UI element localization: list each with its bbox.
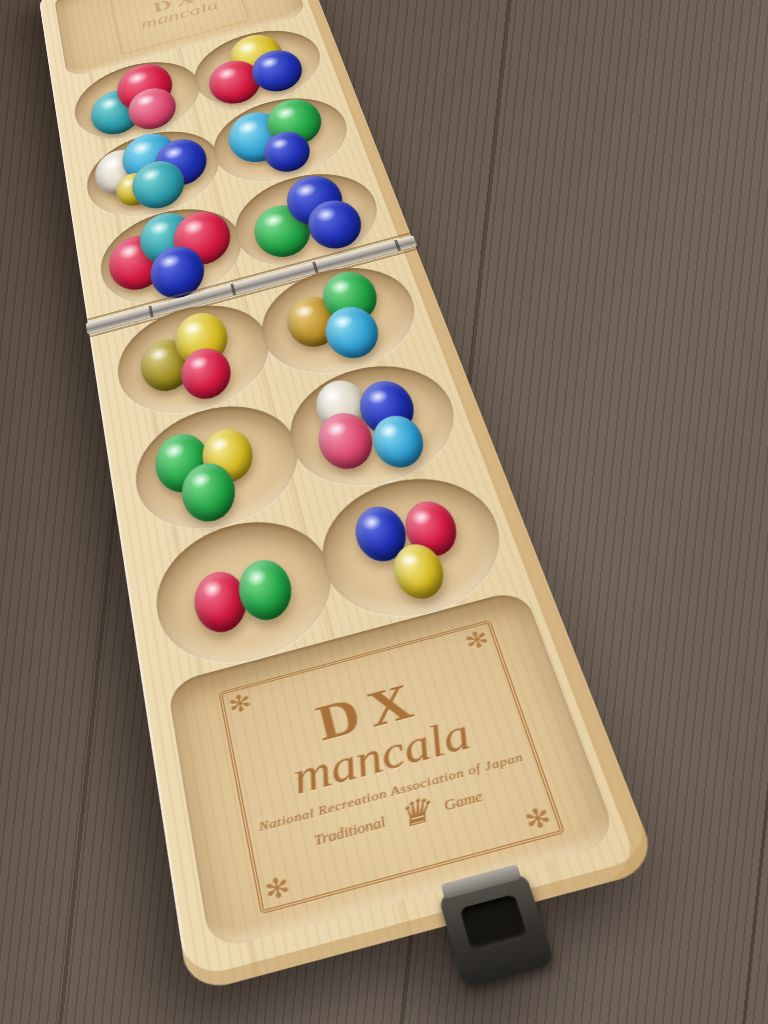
mancala-board: DX mancala ✻ ✻ ✻ ✻ DX: [38, 0, 659, 995]
ornament-icon: ✻: [262, 871, 293, 908]
ornament-icon: ✻: [462, 625, 493, 655]
crown-icon: ♛: [394, 794, 436, 835]
tagline-left: Traditional: [312, 813, 387, 849]
ornament-icon: ✻: [226, 689, 253, 720]
ornament-icon: ✻: [521, 801, 555, 837]
table-surface: DX mancala ✻ ✻ ✻ ✻ DX: [0, 0, 768, 1024]
tagline-right: Game: [442, 788, 485, 815]
